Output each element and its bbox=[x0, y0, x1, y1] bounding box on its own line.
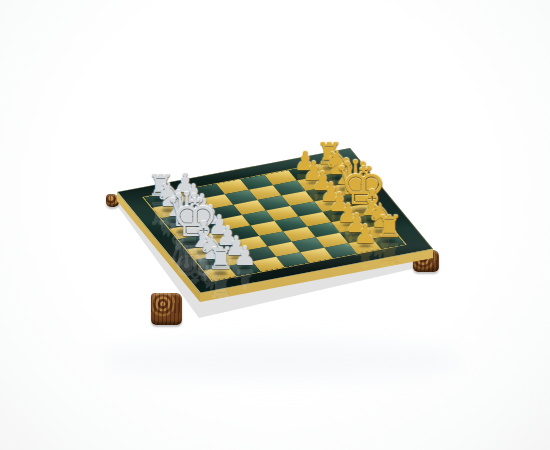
piece-silver-pawn-h2[interactable]: ♟ bbox=[233, 243, 256, 269]
piece-gold-rook-h8[interactable]: ♜ bbox=[376, 212, 403, 242]
chess-set-photo: ♜♜♞♞♝♝♛♛♚♚♝♝♞♞♜♜♟♟♟♟♟♟♟♟♟♟♟♟♟♟♟♟♟♟♟♟♟♟♟♟… bbox=[0, 0, 550, 450]
floor-reflection bbox=[100, 340, 460, 380]
piece-gold-pawn-h7[interactable]: ♟ bbox=[354, 221, 377, 247]
bronze-foot-front-corner bbox=[151, 293, 182, 325]
piece-silver-rook-h1[interactable]: ♜ bbox=[207, 244, 234, 274]
